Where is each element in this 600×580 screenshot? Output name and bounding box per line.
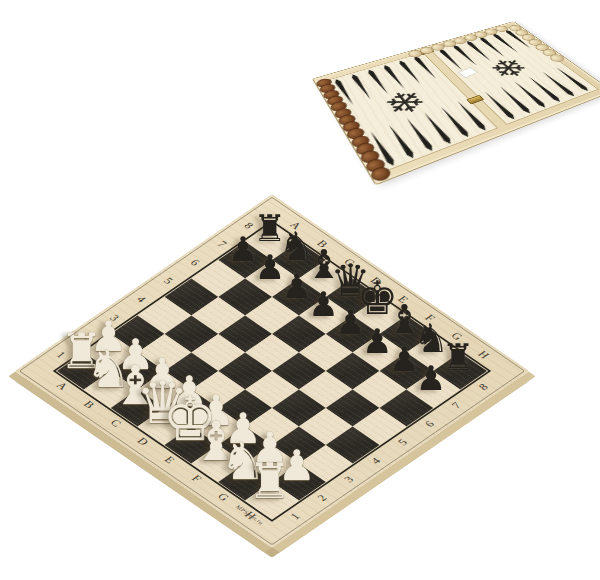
backgammon-point	[331, 78, 358, 107]
backgammon-point	[539, 70, 579, 98]
backgammon-point	[489, 32, 521, 53]
backgammon-point	[348, 73, 376, 101]
white-rook: ♜	[243, 457, 297, 506]
board-frame: ABCDEFGH ABCDEFGH 87654321 87654321 MPSp…	[15, 194, 530, 548]
backgammon-point	[365, 129, 399, 168]
backgammon-box-inner: ❄ ❄	[312, 21, 600, 185]
backgammon-box: ❄ ❄	[335, 0, 585, 170]
backgammon-point	[510, 80, 549, 109]
black-pawn: ♟	[404, 361, 458, 395]
hinge-icon	[466, 95, 484, 105]
backgammon-point	[552, 66, 592, 93]
backgammon-point	[525, 75, 564, 103]
chess-board-squares: ♜♞♝♛♚♝♞♜♟♟♟♟♟♟♟♟♟♟♟♟♟♟♟♟♜♞♝♛♚♝♞♜	[57, 223, 487, 519]
product-photo: ❄ ❄ ABCDEFGH ABCDEFGH 87654321 87654321 …	[0, 0, 600, 580]
backgammon-point	[502, 29, 534, 50]
chess-board: ABCDEFGH ABCDEFGH 87654321 87654321 MPSp…	[15, 194, 530, 548]
backgammon-point	[410, 55, 440, 80]
backgammon-point	[496, 85, 535, 115]
hinge-icon	[419, 48, 435, 55]
